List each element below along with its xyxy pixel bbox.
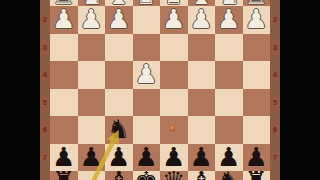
- square-c5[interactable]: [188, 89, 216, 117]
- square-a8[interactable]: ♜: [243, 171, 271, 180]
- square-d5[interactable]: [160, 89, 188, 117]
- rank-label-left-7: 7: [40, 144, 50, 172]
- rank-label-right-6: 6: [270, 116, 280, 144]
- square-b6[interactable]: [215, 116, 243, 144]
- square-h3[interactable]: [50, 34, 78, 62]
- square-a2[interactable]: ♟: [243, 6, 271, 34]
- square-c1[interactable]: ♝: [188, 0, 216, 6]
- piece-white-pawn-h2: ♟: [52, 6, 75, 34]
- piece-black-king-e8: ♚: [135, 168, 158, 180]
- letterbox-right: [280, 0, 320, 180]
- square-f5[interactable]: [105, 89, 133, 117]
- square-d2[interactable]: ♟: [160, 6, 188, 34]
- square-d1[interactable]: ♛: [160, 0, 188, 6]
- piece-white-knight-b1: ♞: [217, 0, 240, 9]
- square-f3[interactable]: [105, 34, 133, 62]
- square-g4[interactable]: [78, 61, 106, 89]
- square-e2[interactable]: [133, 6, 161, 34]
- piece-white-knight-g1: ♞: [80, 0, 103, 9]
- square-h1[interactable]: ♜: [50, 0, 78, 6]
- square-h5[interactable]: [50, 89, 78, 117]
- rank-label-right-5: 5: [270, 89, 280, 117]
- rank-label-left-6: 6: [40, 116, 50, 144]
- piece-white-pawn-c2: ♟: [190, 6, 213, 34]
- piece-white-pawn-g2: ♟: [80, 6, 103, 34]
- piece-white-bishop-c1: ♝: [190, 0, 213, 9]
- square-f4[interactable]: [105, 61, 133, 89]
- square-e5[interactable]: [133, 89, 161, 117]
- square-c4[interactable]: [188, 61, 216, 89]
- piece-white-pawn-d2: ♟: [162, 6, 185, 34]
- chess-board[interactable]: ♜♞♝♚♛♝♞♜♟♟♟♟♟♟♟♟♞♟♟♟♟♟♟♟♟♜♝♚♛♝♞♜: [50, 0, 270, 180]
- square-d3[interactable]: [160, 34, 188, 62]
- piece-white-rook-h1: ♜: [52, 0, 75, 9]
- square-b4[interactable]: [215, 61, 243, 89]
- square-f2[interactable]: ♟: [105, 6, 133, 34]
- square-a5[interactable]: [243, 89, 271, 117]
- square-g8[interactable]: [78, 171, 106, 180]
- piece-white-queen-d1: ♛: [162, 0, 185, 9]
- rank-label-right-2: 2: [270, 6, 280, 34]
- piece-black-knight-b8: ♞: [217, 168, 240, 180]
- square-a1[interactable]: ♜: [243, 0, 271, 6]
- square-c2[interactable]: ♟: [188, 6, 216, 34]
- square-h8[interactable]: ♜: [50, 171, 78, 180]
- square-c6[interactable]: [188, 116, 216, 144]
- piece-black-bishop-c8: ♝: [190, 168, 213, 180]
- square-a6[interactable]: [243, 116, 271, 144]
- square-a4[interactable]: [243, 61, 271, 89]
- piece-white-bishop-f1: ♝: [107, 0, 130, 9]
- cursor-dot: [170, 126, 175, 131]
- piece-white-pawn-e4: ♟: [135, 61, 158, 89]
- rank-label-right-4: 4: [270, 61, 280, 89]
- square-g3[interactable]: [78, 34, 106, 62]
- square-h6[interactable]: [50, 116, 78, 144]
- square-f8[interactable]: ♝: [105, 171, 133, 180]
- piece-black-knight-f6: ♞: [107, 116, 130, 144]
- square-c8[interactable]: ♝: [188, 171, 216, 180]
- rank-label-right-7: 7: [270, 144, 280, 172]
- square-b3[interactable]: [215, 34, 243, 62]
- square-d4[interactable]: [160, 61, 188, 89]
- piece-white-pawn-f2: ♟: [107, 6, 130, 34]
- piece-white-pawn-a2: ♟: [245, 6, 268, 34]
- rank-label-left-8: 8: [40, 171, 50, 180]
- square-f6[interactable]: ♞: [105, 116, 133, 144]
- piece-white-king-e1: ♚: [135, 0, 158, 9]
- square-a3[interactable]: [243, 34, 271, 62]
- square-g6[interactable]: [78, 116, 106, 144]
- square-e6[interactable]: [133, 116, 161, 144]
- piece-white-pawn-b2: ♟: [217, 6, 240, 34]
- square-g2[interactable]: ♟: [78, 6, 106, 34]
- square-b2[interactable]: ♟: [215, 6, 243, 34]
- square-e3[interactable]: [133, 34, 161, 62]
- square-b8[interactable]: ♞: [215, 171, 243, 180]
- rank-label-left-4: 4: [40, 61, 50, 89]
- video-frame: ♜♞♝♚♛♝♞♜♟♟♟♟♟♟♟♟♞♟♟♟♟♟♟♟♟♜♝♚♛♝♞♜ 1122334…: [0, 0, 320, 180]
- piece-black-pawn-g7: ♟: [80, 144, 103, 172]
- square-g5[interactable]: [78, 89, 106, 117]
- square-g1[interactable]: ♞: [78, 0, 106, 6]
- piece-white-rook-a1: ♜: [245, 0, 268, 9]
- square-h2[interactable]: ♟: [50, 6, 78, 34]
- square-e4[interactable]: ♟: [133, 61, 161, 89]
- letterbox-left: [0, 0, 40, 180]
- square-e1[interactable]: ♚: [133, 0, 161, 6]
- square-d8[interactable]: ♛: [160, 171, 188, 180]
- piece-black-queen-d8: ♛: [162, 168, 185, 180]
- rank-label-left-5: 5: [40, 89, 50, 117]
- square-g7[interactable]: ♟: [78, 144, 106, 172]
- piece-black-rook-a8: ♜: [245, 168, 268, 180]
- rank-label-right-3: 3: [270, 34, 280, 62]
- rank-label-left-2: 2: [40, 6, 50, 34]
- square-f1[interactable]: ♝: [105, 0, 133, 6]
- square-h4[interactable]: [50, 61, 78, 89]
- rank-label-left-3: 3: [40, 34, 50, 62]
- board-viewport: ♜♞♝♚♛♝♞♜♟♟♟♟♟♟♟♟♞♟♟♟♟♟♟♟♟♜♝♚♛♝♞♜ 1122334…: [40, 0, 280, 180]
- rank-label-right-8: 8: [270, 171, 280, 180]
- square-e8[interactable]: ♚: [133, 171, 161, 180]
- square-c3[interactable]: [188, 34, 216, 62]
- piece-black-rook-h8: ♜: [52, 168, 75, 180]
- square-b5[interactable]: [215, 89, 243, 117]
- square-b1[interactable]: ♞: [215, 0, 243, 6]
- piece-black-bishop-f8: ♝: [107, 168, 130, 180]
